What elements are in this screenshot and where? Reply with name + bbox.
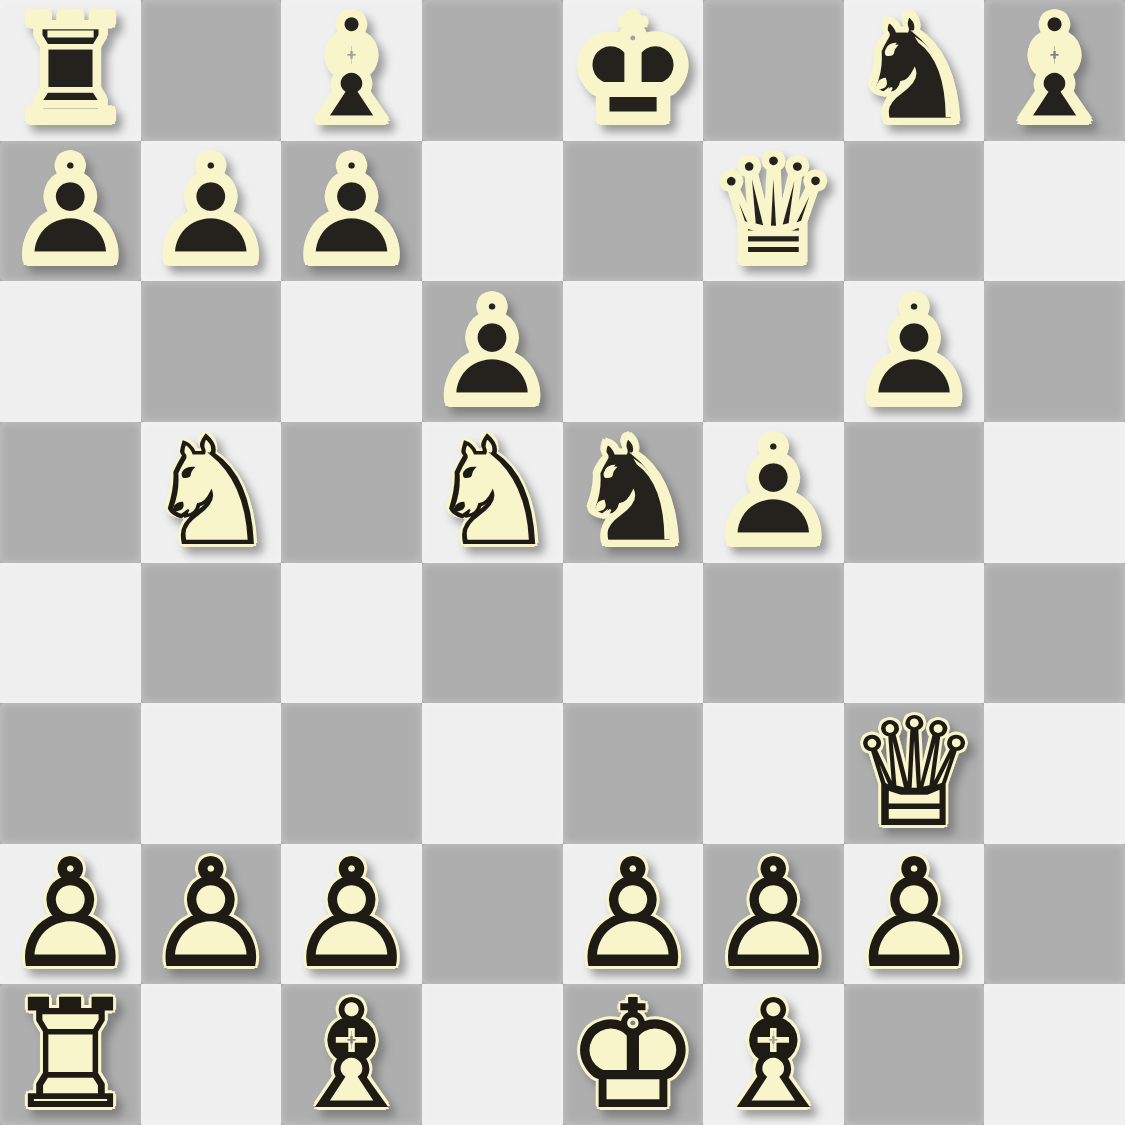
piece-outline-glyph: ♗ — [703, 984, 844, 1125]
square-h6[interactable] — [984, 281, 1125, 422]
piece-white-pawn[interactable]: ♟♙ — [0, 844, 141, 985]
square-a1[interactable]: ♜♖ — [0, 984, 141, 1125]
piece-white-pawn[interactable]: ♟♙ — [844, 844, 985, 985]
piece-outline-glyph: ♙ — [844, 281, 985, 422]
square-a4[interactable] — [0, 563, 141, 704]
square-b4[interactable] — [141, 563, 282, 704]
piece-black-pawn[interactable]: ♟♙ — [281, 141, 422, 282]
square-h8[interactable]: ♝♗ — [984, 0, 1125, 141]
square-h5[interactable] — [984, 422, 1125, 563]
piece-outline-glyph: ♙ — [141, 141, 282, 282]
square-f6[interactable] — [703, 281, 844, 422]
piece-outline-glyph: ♙ — [844, 844, 985, 985]
square-c1[interactable]: ♝♗ — [281, 984, 422, 1125]
piece-outline-glyph: ♙ — [703, 844, 844, 985]
piece-white-king[interactable]: ♚♔ — [563, 984, 704, 1125]
square-g3[interactable]: ♛♕ — [844, 703, 985, 844]
square-c8[interactable]: ♝♗ — [281, 0, 422, 141]
square-f3[interactable] — [703, 703, 844, 844]
piece-outline-glyph: ♗ — [281, 984, 422, 1125]
piece-black-pawn[interactable]: ♟♙ — [422, 281, 563, 422]
square-e7[interactable] — [563, 141, 704, 282]
piece-white-bishop[interactable]: ♝♗ — [281, 984, 422, 1125]
piece-black-knight[interactable]: ♞♘ — [844, 0, 985, 141]
square-b5[interactable]: ♞♘ — [141, 422, 282, 563]
piece-black-pawn[interactable]: ♟♙ — [0, 141, 141, 282]
piece-black-pawn[interactable]: ♟♙ — [141, 141, 282, 282]
square-f5[interactable]: ♟♙ — [703, 422, 844, 563]
square-d2[interactable] — [422, 844, 563, 985]
piece-black-rook[interactable]: ♜♖ — [0, 0, 141, 141]
square-h2[interactable] — [984, 844, 1125, 985]
square-h4[interactable] — [984, 563, 1125, 704]
square-e3[interactable] — [563, 703, 704, 844]
piece-white-bishop[interactable]: ♝♗ — [703, 984, 844, 1125]
square-g2[interactable]: ♟♙ — [844, 844, 985, 985]
piece-outline-glyph: ♙ — [281, 844, 422, 985]
square-f7[interactable]: ♛♕ — [703, 141, 844, 282]
square-f2[interactable]: ♟♙ — [703, 844, 844, 985]
square-a5[interactable] — [0, 422, 141, 563]
square-e1[interactable]: ♚♔ — [563, 984, 704, 1125]
piece-white-pawn[interactable]: ♟♙ — [703, 844, 844, 985]
piece-white-pawn[interactable]: ♟♙ — [141, 844, 282, 985]
square-c5[interactable] — [281, 422, 422, 563]
square-g8[interactable]: ♞♘ — [844, 0, 985, 141]
piece-outline-glyph: ♔ — [563, 984, 704, 1125]
square-d8[interactable] — [422, 0, 563, 141]
square-d5[interactable]: ♞♘ — [422, 422, 563, 563]
piece-outline-glyph: ♙ — [281, 141, 422, 282]
piece-white-knight[interactable]: ♞♘ — [141, 422, 282, 563]
chess-board: ♜♖♝♗♚♔♞♘♝♗♟♙♟♙♟♙♛♕♟♙♟♙♞♘♞♘♞♘♟♙♛♕♟♙♟♙♟♙♟♙… — [0, 0, 1125, 1125]
square-f1[interactable]: ♝♗ — [703, 984, 844, 1125]
piece-white-pawn[interactable]: ♟♙ — [281, 844, 422, 985]
piece-black-pawn[interactable]: ♟♙ — [703, 422, 844, 563]
square-d6[interactable]: ♟♙ — [422, 281, 563, 422]
piece-outline-glyph: ♗ — [281, 0, 422, 141]
square-e2[interactable]: ♟♙ — [563, 844, 704, 985]
square-e6[interactable] — [563, 281, 704, 422]
piece-black-bishop[interactable]: ♝♗ — [281, 0, 422, 141]
square-e4[interactable] — [563, 563, 704, 704]
piece-outline-glyph: ♘ — [844, 0, 985, 141]
piece-outline-glyph: ♖ — [0, 984, 141, 1125]
square-d1[interactable] — [422, 984, 563, 1125]
square-a6[interactable] — [0, 281, 141, 422]
piece-black-queen[interactable]: ♛♕ — [703, 141, 844, 282]
piece-outline-glyph: ♙ — [563, 844, 704, 985]
piece-black-pawn[interactable]: ♟♙ — [844, 281, 985, 422]
piece-outline-glyph: ♙ — [0, 844, 141, 985]
square-g5[interactable] — [844, 422, 985, 563]
piece-black-bishop[interactable]: ♝♗ — [984, 0, 1125, 141]
square-b6[interactable] — [141, 281, 282, 422]
square-b3[interactable] — [141, 703, 282, 844]
piece-outline-glyph: ♙ — [0, 141, 141, 282]
piece-outline-glyph: ♙ — [141, 844, 282, 985]
piece-black-king[interactable]: ♚♔ — [563, 0, 704, 141]
square-g7[interactable] — [844, 141, 985, 282]
piece-outline-glyph: ♕ — [844, 703, 985, 844]
piece-outline-glyph: ♔ — [563, 0, 704, 141]
square-e5[interactable]: ♞♘ — [563, 422, 704, 563]
square-d7[interactable] — [422, 141, 563, 282]
square-b7[interactable]: ♟♙ — [141, 141, 282, 282]
square-g6[interactable]: ♟♙ — [844, 281, 985, 422]
piece-outline-glyph: ♖ — [0, 0, 141, 141]
square-h3[interactable] — [984, 703, 1125, 844]
square-c7[interactable]: ♟♙ — [281, 141, 422, 282]
square-a8[interactable]: ♜♖ — [0, 0, 141, 141]
piece-white-rook[interactable]: ♜♖ — [0, 984, 141, 1125]
piece-white-knight[interactable]: ♞♘ — [422, 422, 563, 563]
piece-outline-glyph: ♘ — [563, 422, 704, 563]
square-e8[interactable]: ♚♔ — [563, 0, 704, 141]
square-c2[interactable]: ♟♙ — [281, 844, 422, 985]
square-c6[interactable] — [281, 281, 422, 422]
square-a2[interactable]: ♟♙ — [0, 844, 141, 985]
piece-outline-glyph: ♘ — [422, 422, 563, 563]
piece-white-pawn[interactable]: ♟♙ — [563, 844, 704, 985]
square-h1[interactable] — [984, 984, 1125, 1125]
square-a3[interactable] — [0, 703, 141, 844]
square-g4[interactable] — [844, 563, 985, 704]
piece-outline-glyph: ♘ — [141, 422, 282, 563]
piece-outline-glyph: ♕ — [703, 141, 844, 282]
square-f4[interactable] — [703, 563, 844, 704]
square-b1[interactable] — [141, 984, 282, 1125]
square-c3[interactable] — [281, 703, 422, 844]
piece-white-queen[interactable]: ♛♕ — [844, 703, 985, 844]
square-b8[interactable] — [141, 0, 282, 141]
square-b2[interactable]: ♟♙ — [141, 844, 282, 985]
piece-outline-glyph: ♙ — [703, 422, 844, 563]
square-a7[interactable]: ♟♙ — [0, 141, 141, 282]
square-f8[interactable] — [703, 0, 844, 141]
square-d3[interactable] — [422, 703, 563, 844]
piece-black-knight[interactable]: ♞♘ — [563, 422, 704, 563]
piece-outline-glyph: ♙ — [422, 281, 563, 422]
square-g1[interactable] — [844, 984, 985, 1125]
square-c4[interactable] — [281, 563, 422, 704]
piece-outline-glyph: ♗ — [984, 0, 1125, 141]
square-h7[interactable] — [984, 141, 1125, 282]
square-d4[interactable] — [422, 563, 563, 704]
